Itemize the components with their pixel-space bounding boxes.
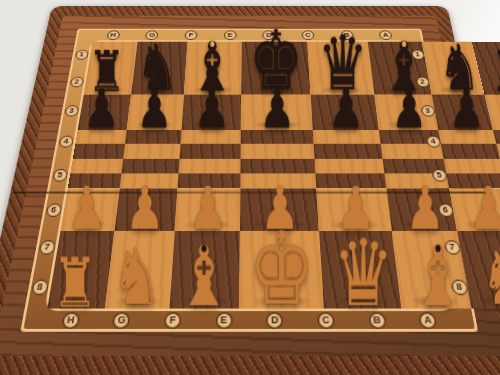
- dark-pawn[interactable]: ♟: [449, 82, 484, 136]
- bishop-tip-finial: [435, 245, 440, 252]
- chess-board: ♜♞♝♚♛♝♞♜♟♟♟♟♟♟♟♟♟♟♟♟♟♟♟♟♜♞♝♚♛♝♞♜ 1234567…: [0, 6, 500, 375]
- square-b4[interactable]: [440, 144, 499, 158]
- square-g8[interactable]: ♞: [105, 232, 175, 309]
- bishop-tip-finial: [211, 41, 215, 47]
- light-knight[interactable]: ♞: [111, 240, 162, 317]
- square-c5[interactable]: [382, 158, 446, 173]
- light-king[interactable]: ♚: [249, 219, 315, 320]
- square-d5[interactable]: [315, 158, 384, 173]
- square-g5[interactable]: [122, 158, 181, 173]
- square-f7[interactable]: ♟: [175, 188, 241, 232]
- square-h7[interactable]: ♟: [60, 188, 119, 232]
- square-h5[interactable]: [70, 158, 123, 173]
- light-pawn[interactable]: ♟: [67, 179, 106, 238]
- bishop-tip-finial: [401, 41, 405, 47]
- dark-pawn[interactable]: ♟: [391, 82, 426, 136]
- square-h4[interactable]: [73, 144, 125, 158]
- square-h8[interactable]: ♜: [47, 232, 114, 309]
- square-f8[interactable]: ♝: [170, 232, 240, 309]
- square-f5[interactable]: [179, 158, 241, 173]
- square-e5[interactable]: [241, 158, 316, 173]
- light-rook[interactable]: ♜: [52, 248, 97, 317]
- square-e4[interactable]: [241, 144, 315, 158]
- bishop-tip-finial: [202, 245, 207, 252]
- square-g7[interactable]: ♟: [114, 188, 178, 232]
- dark-pawn[interactable]: ♟: [260, 82, 295, 136]
- square-b7[interactable]: ♟: [449, 188, 500, 232]
- light-pawn[interactable]: ♟: [469, 179, 500, 238]
- dark-pawn[interactable]: ♟: [329, 82, 364, 136]
- dark-pawn[interactable]: ♟: [136, 82, 171, 136]
- light-bishop[interactable]: ♝: [177, 235, 232, 318]
- square-g4[interactable]: [123, 144, 181, 158]
- light-pawn[interactable]: ♟: [125, 179, 164, 238]
- square-d4[interactable]: [314, 144, 382, 158]
- dark-pawn[interactable]: ♟: [194, 82, 229, 136]
- square-c8[interactable]: ♝: [391, 232, 471, 309]
- dark-pawn[interactable]: ♟: [84, 82, 119, 136]
- square-f4[interactable]: [180, 144, 241, 158]
- light-bishop[interactable]: ♝: [410, 235, 465, 318]
- square-c7[interactable]: ♟: [386, 188, 457, 232]
- square-d8[interactable]: ♛: [319, 232, 401, 309]
- square-b5[interactable]: [443, 158, 500, 173]
- square-e8[interactable]: ♚: [240, 232, 324, 309]
- light-queen[interactable]: ♛: [333, 227, 394, 319]
- photo-scene: ♜♞♝♚♛♝♞♜♟♟♟♟♟♟♟♟♟♟♟♟♟♟♟♟♜♞♝♚♛♝♞♜ 1234567…: [0, 0, 500, 375]
- square-h2[interactable]: ♟: [78, 94, 132, 130]
- squares-grid: ♜♞♝♚♛♝♞♜♟♟♟♟♟♟♟♟♟♟♟♟♟♟♟♟♜♞♝♚♛♝♞♜: [47, 42, 451, 309]
- square-c4[interactable]: [380, 144, 443, 158]
- dark-rook[interactable]: ♜: [491, 43, 500, 99]
- light-knight[interactable]: ♞: [480, 240, 500, 317]
